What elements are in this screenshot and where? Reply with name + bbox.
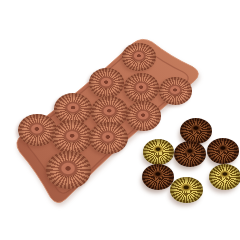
chocolate-hole (153, 171, 163, 178)
chocolate-hole (185, 148, 195, 155)
chocolate-hole (191, 125, 201, 132)
chocolate-gold (170, 177, 203, 204)
mold-cavity (46, 151, 91, 189)
chocolate-dark (142, 164, 174, 190)
cavity-center-ring (64, 129, 81, 142)
chocolate-hole (153, 146, 163, 153)
mold-cavity (124, 73, 159, 102)
mold-cavity (89, 68, 124, 97)
chocolate-gold (209, 164, 240, 190)
cavity-center-ring (59, 161, 78, 176)
mold-cavity (52, 120, 92, 154)
cavity-center-ring (134, 81, 149, 93)
product-photo: Product photo of a terracotta-brown sili… (0, 0, 240, 240)
cavity-center-ring (99, 76, 114, 88)
mold-cavity (89, 122, 128, 155)
cavity-center-ring (101, 105, 117, 117)
mold-cavity (122, 43, 156, 72)
chocolate-dark (174, 141, 206, 167)
mold-cavity (126, 101, 161, 130)
cavity-center-ring (132, 50, 146, 61)
mold-cavity (159, 77, 192, 105)
chocolate-hole (218, 145, 228, 152)
chocolate-dark (207, 138, 239, 164)
cavity-center-ring (100, 130, 116, 143)
chocolate-dark (180, 118, 212, 144)
mold-cavity (18, 114, 57, 147)
chocolate-gold (143, 139, 174, 164)
chocolate-hole (220, 171, 230, 178)
chocolate-hole (181, 184, 192, 191)
cavity-center-ring (65, 101, 81, 114)
cavity-center-ring (168, 84, 182, 95)
cavity-center-ring (29, 122, 45, 135)
cavity-center-ring (136, 109, 151, 121)
